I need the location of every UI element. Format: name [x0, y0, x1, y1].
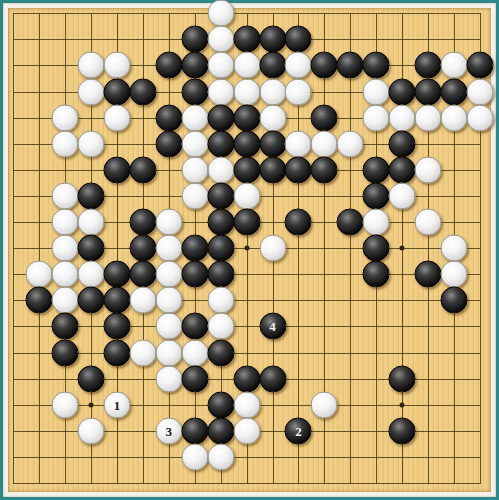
stone-white[interactable]: [363, 104, 390, 131]
stone-black[interactable]: [337, 209, 364, 236]
stone-black[interactable]: [103, 261, 130, 288]
stone-white[interactable]: [233, 78, 260, 105]
stone-black[interactable]: [103, 78, 130, 105]
grid-line: [13, 457, 481, 458]
stone-white[interactable]: [77, 52, 104, 79]
stone-black[interactable]: [155, 104, 182, 131]
stone-white[interactable]: [415, 104, 442, 131]
stone-black[interactable]: [207, 235, 234, 262]
stone-black[interactable]: [181, 365, 208, 392]
stone-white[interactable]: [181, 130, 208, 157]
stone-black[interactable]: [233, 26, 260, 53]
stone-black[interactable]: [363, 156, 390, 183]
star-point: [88, 402, 93, 407]
stone-black[interactable]: [285, 209, 312, 236]
stone-black[interactable]: [389, 417, 416, 444]
stone-white[interactable]: [26, 261, 53, 288]
stone-white[interactable]: [181, 182, 208, 209]
stone-white[interactable]: [155, 235, 182, 262]
stone-black[interactable]: [363, 235, 390, 262]
stone-black[interactable]: [103, 287, 130, 314]
stone-white[interactable]: [52, 287, 79, 314]
stone-white[interactable]: [77, 130, 104, 157]
stone-black[interactable]: [103, 339, 130, 366]
stone-white[interactable]: [389, 104, 416, 131]
stone-white[interactable]: [337, 130, 364, 157]
stone-white[interactable]: [311, 130, 338, 157]
stone-white[interactable]: [233, 182, 260, 209]
star-point: [400, 402, 405, 407]
stone-white[interactable]: [207, 0, 234, 27]
stone-white[interactable]: [181, 339, 208, 366]
stone-white[interactable]: [415, 156, 442, 183]
stone-black[interactable]: [181, 235, 208, 262]
stone-white[interactable]: [77, 261, 104, 288]
stone-white[interactable]: [441, 261, 468, 288]
stone-white[interactable]: [77, 78, 104, 105]
stone-black[interactable]: [415, 78, 442, 105]
stone-white[interactable]: [77, 417, 104, 444]
stone-white[interactable]: [155, 313, 182, 340]
stone-white[interactable]: [52, 261, 79, 288]
stone-black[interactable]: [207, 261, 234, 288]
stone-black[interactable]: [207, 417, 234, 444]
stone-black[interactable]: [181, 313, 208, 340]
stone-black[interactable]: [259, 52, 286, 79]
stone-black[interactable]: [155, 130, 182, 157]
stone-white[interactable]: [103, 104, 130, 131]
stone-black[interactable]: [389, 365, 416, 392]
stone-black[interactable]: [285, 156, 312, 183]
stone-black[interactable]: [181, 417, 208, 444]
star-point: [400, 246, 405, 251]
stone-white[interactable]: [207, 443, 234, 470]
grid-line: [13, 326, 481, 327]
stone-white[interactable]: [285, 130, 312, 157]
stone-black[interactable]: [311, 104, 338, 131]
stone-white[interactable]: [259, 235, 286, 262]
stone-black[interactable]: [77, 287, 104, 314]
stone-black[interactable]: [259, 313, 286, 340]
stone-white[interactable]: [52, 182, 79, 209]
stone-white[interactable]: [311, 391, 338, 418]
stone-black[interactable]: [52, 339, 79, 366]
grid-line: [13, 353, 481, 354]
stone-black[interactable]: [207, 104, 234, 131]
stone-white[interactable]: [363, 78, 390, 105]
stone-white[interactable]: [207, 26, 234, 53]
stone-black[interactable]: [129, 261, 156, 288]
stone-black[interactable]: [415, 261, 442, 288]
stone-white[interactable]: [233, 417, 260, 444]
stone-white[interactable]: [466, 104, 493, 131]
stone-white[interactable]: [207, 52, 234, 79]
stone-black[interactable]: [77, 182, 104, 209]
stone-black[interactable]: [363, 261, 390, 288]
stone-black[interactable]: [311, 156, 338, 183]
star-point: [244, 246, 249, 251]
stone-white[interactable]: [103, 391, 130, 418]
stone-white[interactable]: [363, 209, 390, 236]
stone-black[interactable]: [52, 313, 79, 340]
stone-black[interactable]: [129, 235, 156, 262]
stone-black[interactable]: [441, 287, 468, 314]
stone-black[interactable]: [181, 52, 208, 79]
grid-line: [350, 13, 351, 484]
stone-white[interactable]: [129, 339, 156, 366]
stone-black[interactable]: [129, 78, 156, 105]
stone-white[interactable]: [155, 261, 182, 288]
grid-line: [13, 483, 481, 484]
stone-white[interactable]: [207, 287, 234, 314]
stone-black[interactable]: [207, 209, 234, 236]
stone-white[interactable]: [207, 313, 234, 340]
stone-black[interactable]: [259, 365, 286, 392]
stone-black[interactable]: [415, 52, 442, 79]
stone-black[interactable]: [233, 130, 260, 157]
stone-white[interactable]: [233, 52, 260, 79]
stone-white[interactable]: [155, 209, 182, 236]
stone-black[interactable]: [181, 26, 208, 53]
stone-white[interactable]: [155, 365, 182, 392]
stone-black[interactable]: [181, 261, 208, 288]
stone-black[interactable]: [155, 52, 182, 79]
stone-white[interactable]: [441, 104, 468, 131]
stone-black[interactable]: [285, 417, 312, 444]
stone-white[interactable]: [52, 209, 79, 236]
stone-black[interactable]: [129, 209, 156, 236]
stone-black[interactable]: [233, 156, 260, 183]
stone-white[interactable]: [129, 287, 156, 314]
stone-white[interactable]: [103, 52, 130, 79]
stone-white[interactable]: [52, 391, 79, 418]
stone-black[interactable]: [207, 391, 234, 418]
stone-white[interactable]: [259, 104, 286, 131]
stone-black[interactable]: [103, 313, 130, 340]
stone-white[interactable]: [155, 339, 182, 366]
stone-white[interactable]: [233, 391, 260, 418]
stone-white[interactable]: [207, 156, 234, 183]
stone-white[interactable]: [415, 209, 442, 236]
stone-white[interactable]: [52, 235, 79, 262]
stone-white[interactable]: [441, 52, 468, 79]
stone-white[interactable]: [52, 104, 79, 131]
stone-white[interactable]: [181, 156, 208, 183]
stone-white[interactable]: [181, 443, 208, 470]
stone-black[interactable]: [466, 52, 493, 79]
stone-white[interactable]: [441, 235, 468, 262]
go-game-screenshot: 1234: [0, 0, 499, 500]
stone-black[interactable]: [233, 365, 260, 392]
stone-black[interactable]: [207, 130, 234, 157]
stone-white[interactable]: [285, 52, 312, 79]
stone-black[interactable]: [259, 26, 286, 53]
stone-black[interactable]: [259, 156, 286, 183]
stone-black[interactable]: [77, 235, 104, 262]
stone-white[interactable]: [259, 78, 286, 105]
stone-black[interactable]: [363, 182, 390, 209]
stone-black[interactable]: [285, 26, 312, 53]
stone-white[interactable]: [181, 104, 208, 131]
stone-black[interactable]: [207, 182, 234, 209]
stone-black[interactable]: [181, 78, 208, 105]
stone-white[interactable]: [77, 209, 104, 236]
stone-white[interactable]: [207, 78, 234, 105]
stone-white[interactable]: [52, 130, 79, 157]
stone-black[interactable]: [259, 130, 286, 157]
stone-white[interactable]: [285, 78, 312, 105]
stone-black[interactable]: [337, 52, 364, 79]
stone-black[interactable]: [441, 78, 468, 105]
stone-black[interactable]: [129, 156, 156, 183]
stone-black[interactable]: [389, 130, 416, 157]
stone-black[interactable]: [207, 339, 234, 366]
stone-white[interactable]: [155, 417, 182, 444]
stone-black[interactable]: [389, 156, 416, 183]
stone-black[interactable]: [389, 78, 416, 105]
stone-white[interactable]: [389, 182, 416, 209]
stone-white[interactable]: [466, 78, 493, 105]
stone-black[interactable]: [363, 52, 390, 79]
stone-black[interactable]: [311, 52, 338, 79]
stone-white[interactable]: [155, 287, 182, 314]
stone-black[interactable]: [233, 209, 260, 236]
stone-black[interactable]: [103, 156, 130, 183]
stone-black[interactable]: [26, 287, 53, 314]
stone-black[interactable]: [77, 365, 104, 392]
stone-black[interactable]: [233, 104, 260, 131]
